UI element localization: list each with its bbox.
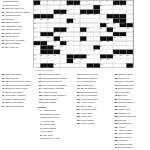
clue-text: Be in the red	[5, 45, 32, 48]
cell-number: 39	[54, 32, 56, 34]
cell-number: 55	[60, 45, 62, 47]
cell-number: 30	[67, 23, 69, 25]
cell-number: 24	[34, 18, 36, 20]
cell-number: 31	[107, 23, 109, 25]
cell-number: 41	[34, 36, 36, 38]
cell-number: 18	[100, 9, 102, 11]
cell-number: 70	[100, 58, 102, 60]
cell-number: 73	[100, 63, 102, 65]
cell-number: 14	[113, 5, 115, 7]
cell-number: 37	[113, 27, 115, 29]
crossword-page: 1Scrub target5Hairpin curve10Take the wh…	[0, 0, 150, 150]
cell-number: 13	[100, 5, 102, 7]
cell-number: 33	[34, 27, 36, 29]
cell-number: 66	[127, 54, 129, 56]
cell-number: 36	[100, 27, 102, 29]
cell-number: 61	[47, 54, 49, 56]
cell-number: 27	[74, 18, 76, 20]
cell-number: 38	[127, 27, 129, 29]
cell-number: 63	[87, 54, 89, 56]
white-cell[interactable]	[73, 63, 80, 67]
cell-number: 35	[87, 27, 89, 29]
cell-number: 50	[80, 41, 82, 43]
cell-number: 68	[74, 58, 76, 60]
cell-number: 19	[54, 14, 56, 16]
cell-number: 54	[54, 45, 56, 47]
bottom-clues-column-4: 36Stadium shout38Ear of corn40Long, long…	[113, 73, 148, 149]
bottom-clues-column-3: 11Sunrise direction12Building add-on14Ac…	[76, 73, 111, 149]
cell-number: 9	[127, 0, 128, 2]
across-clues-column: 1Scrub target5Hairpin curve10Take the wh…	[1, 0, 33, 71]
cell-number: 62	[54, 54, 56, 56]
across-clue-item: 34Be in the red	[1, 45, 33, 48]
down-clue-item: 9Gets on in years	[38, 137, 73, 140]
copyright-line: © Puzzle Syndicate	[34, 69, 133, 71]
down-clue-item: 32Trolley sound	[76, 122, 111, 125]
white-cell[interactable]: 73	[100, 63, 107, 67]
cell-number: 52	[107, 41, 109, 43]
cell-number: 25	[41, 18, 43, 20]
white-cell[interactable]	[113, 63, 120, 67]
cell-number: 46	[120, 36, 122, 38]
cell-number: 20	[60, 14, 62, 16]
across-clue-item: 73Small combo	[38, 101, 73, 104]
white-cell[interactable]	[34, 63, 41, 67]
cell-number: 49	[67, 41, 69, 43]
clue-number: 9	[38, 137, 42, 140]
cell-number: 40	[60, 32, 62, 34]
cell-number: 53	[34, 45, 36, 47]
cell-number: 8	[107, 0, 108, 2]
cell-number: 32	[113, 23, 115, 25]
clue-number: 34	[1, 45, 5, 48]
cell-number: 42	[47, 36, 49, 38]
cell-number: 3	[54, 0, 55, 2]
cell-number: 59	[34, 54, 36, 56]
across-clue-item: 54Mended, as socks	[1, 104, 36, 107]
cell-number: 60	[41, 54, 43, 56]
cell-number: 4	[60, 0, 61, 2]
cell-number: 34	[67, 27, 69, 29]
cell-number: 69	[80, 58, 82, 60]
clue-number: 73	[38, 101, 42, 104]
cell-number: 48	[54, 41, 56, 43]
cell-number: 51	[100, 41, 102, 43]
cell-number: 72	[54, 63, 56, 65]
cell-number: 23	[94, 14, 96, 16]
white-cell[interactable]	[67, 63, 74, 67]
cell-number: 22	[87, 14, 89, 16]
cell-number: 43	[60, 36, 62, 38]
crossword-grid[interactable]: 1234567891011121314151617181920212223242…	[33, 0, 133, 68]
cell-number: 15	[120, 5, 122, 7]
cell-number: 21	[80, 14, 82, 16]
cell-number: 57	[60, 49, 62, 51]
cell-number: 64	[113, 54, 115, 56]
cell-number: 26	[47, 18, 49, 20]
clue-text: Mended, as socks	[5, 104, 35, 107]
black-cell	[126, 63, 133, 67]
cell-number: 17	[67, 9, 69, 11]
clue-text: Small combo	[42, 101, 73, 104]
cell-number: 56	[100, 45, 102, 47]
cell-number: 58	[94, 49, 96, 51]
cell-number: 44	[87, 36, 89, 38]
cell-number: 2	[47, 0, 48, 2]
cell-number: 7	[100, 0, 101, 2]
cell-number: 45	[113, 36, 115, 38]
cell-number: 1	[41, 0, 42, 2]
cell-number: 10	[34, 5, 36, 7]
cell-number: 6	[87, 0, 88, 2]
cell-number: 47	[47, 41, 49, 43]
cell-number: 28	[107, 18, 109, 20]
clue-text: Trolley sound	[80, 122, 110, 125]
clue-text: Gets on in years	[42, 137, 73, 140]
cell-number: 12	[74, 5, 76, 7]
cell-number: 29	[34, 23, 36, 25]
cell-number: 67	[34, 58, 36, 60]
cell-number: 5	[80, 0, 81, 2]
white-cell[interactable]	[107, 63, 114, 67]
cell-number: 71	[107, 58, 109, 60]
bottom-clues-column-2: 56Sit down to dinner57Marching band memb…	[38, 73, 73, 149]
cell-number: 16	[34, 9, 36, 11]
cell-number: 65	[120, 54, 122, 56]
clue-number: 54	[1, 104, 5, 107]
cell-number: 11	[67, 5, 69, 7]
clue-number: 32	[76, 122, 80, 125]
bottom-clues-column-1: 35Sushi bar staple37Bit of trail mix39Ri…	[1, 73, 36, 149]
